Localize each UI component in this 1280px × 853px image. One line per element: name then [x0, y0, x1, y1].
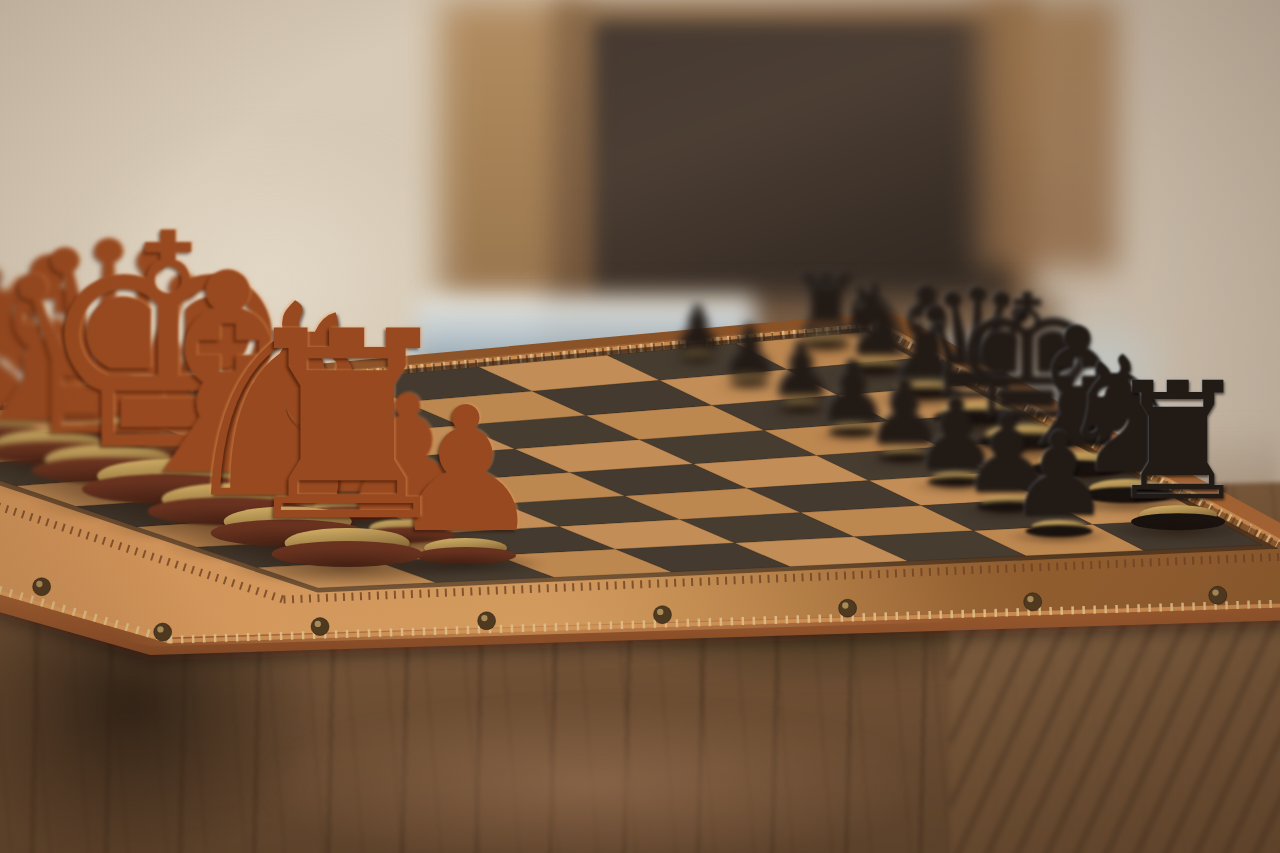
pawn-glyph: ♟: [1008, 425, 1111, 526]
piece-shadow: [1101, 518, 1255, 542]
photo-scene: ♜♞♝♛♚♝♞♜♟♟♟♟♟♟♟♟♟♟♟♟♟♟♟♟♜♞♝♛♚♝♞♜: [0, 0, 1280, 853]
rook-glyph: ♜: [1105, 371, 1250, 513]
piece-shadow: [1005, 528, 1114, 545]
piece-white-rook[interactable]: ♜: [224, 313, 471, 587]
pieces-layer: ♜♞♝♛♚♝♞♜♟♟♟♟♟♟♟♟♟♟♟♟♟♟♟♟♜♞♝♛♚♝♞♜: [0, 0, 1280, 853]
piece-shadow: [224, 548, 471, 587]
rook-glyph: ♜: [231, 313, 464, 542]
piece-black-rook[interactable]: ♜: [1101, 371, 1255, 542]
piece-black-pawn[interactable]: ♟: [1005, 425, 1114, 546]
